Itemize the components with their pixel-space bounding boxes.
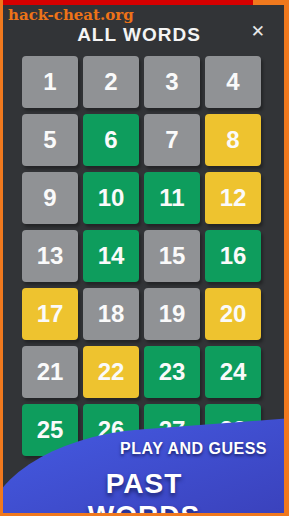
tile-22[interactable]: 22 [83, 346, 139, 398]
tile-16[interactable]: 16 [205, 230, 261, 282]
tile-20[interactable]: 20 [205, 288, 261, 340]
tile-12[interactable]: 12 [205, 172, 261, 224]
page-title: ALL WORDS [0, 24, 278, 46]
tile-6[interactable]: 6 [83, 114, 139, 166]
watermark-text: hack-cheat.org [8, 6, 134, 24]
tile-21[interactable]: 21 [22, 346, 78, 398]
tile-11[interactable]: 11 [144, 172, 200, 224]
tile-23[interactable]: 23 [144, 346, 200, 398]
tile-4[interactable]: 4 [205, 56, 261, 108]
frame-top-red [0, 0, 253, 5]
all-words-dialog: ALL WORDS ✕ 1234567891011121314151617181… [0, 0, 289, 516]
tile-19[interactable]: 19 [144, 288, 200, 340]
tile-9[interactable]: 9 [22, 172, 78, 224]
tile-2[interactable]: 2 [83, 56, 139, 108]
tile-18[interactable]: 18 [83, 288, 139, 340]
tile-7[interactable]: 7 [144, 114, 200, 166]
tile-24[interactable]: 24 [205, 346, 261, 398]
tile-1[interactable]: 1 [22, 56, 78, 108]
frame-right [284, 0, 289, 516]
tile-17[interactable]: 17 [22, 288, 78, 340]
all-words-grid: 1234567891011121314151617181920212223242… [22, 56, 261, 456]
frame-left [0, 0, 3, 516]
tile-3[interactable]: 3 [144, 56, 200, 108]
tile-10[interactable]: 10 [83, 172, 139, 224]
tile-15[interactable]: 15 [144, 230, 200, 282]
tile-8[interactable]: 8 [205, 114, 261, 166]
tile-5[interactable]: 5 [22, 114, 78, 166]
tile-13[interactable]: 13 [22, 230, 78, 282]
tile-14[interactable]: 14 [83, 230, 139, 282]
close-icon[interactable]: ✕ [251, 22, 265, 42]
